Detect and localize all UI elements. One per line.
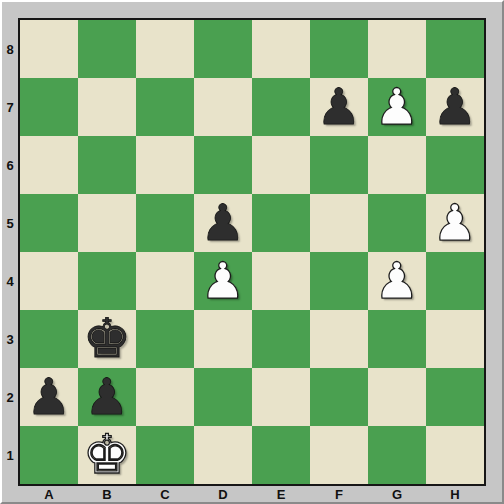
square-b2[interactable]: ♟: [78, 368, 136, 426]
square-e1[interactable]: [252, 426, 310, 484]
square-g2[interactable]: [368, 368, 426, 426]
square-a6[interactable]: [20, 136, 78, 194]
file-label-d: D: [194, 486, 252, 502]
white-pawn[interactable]: ♟: [375, 252, 420, 310]
square-h2[interactable]: [426, 368, 484, 426]
square-g3[interactable]: [368, 310, 426, 368]
black-pawn[interactable]: ♟: [85, 368, 130, 426]
square-d6[interactable]: [194, 136, 252, 194]
black-king[interactable]: ♚: [83, 310, 131, 368]
square-g1[interactable]: [368, 426, 426, 484]
square-f5[interactable]: [310, 194, 368, 252]
square-b7[interactable]: [78, 78, 136, 136]
file-label-a: A: [20, 486, 78, 502]
square-c7[interactable]: [136, 78, 194, 136]
square-b3[interactable]: ♚: [78, 310, 136, 368]
square-a1[interactable]: [20, 426, 78, 484]
black-pawn[interactable]: ♟: [317, 78, 362, 136]
square-a5[interactable]: [20, 194, 78, 252]
white-pawn[interactable]: ♟: [433, 194, 478, 252]
square-a8[interactable]: [20, 20, 78, 78]
black-pawn[interactable]: ♟: [27, 368, 72, 426]
square-f3[interactable]: [310, 310, 368, 368]
square-d5[interactable]: ♟: [194, 194, 252, 252]
square-a3[interactable]: [20, 310, 78, 368]
square-c1[interactable]: [136, 426, 194, 484]
square-c5[interactable]: [136, 194, 194, 252]
square-c2[interactable]: [136, 368, 194, 426]
rank-label-2: 2: [2, 368, 18, 426]
square-d4[interactable]: ♟: [194, 252, 252, 310]
board-grid: ♟♟♟♟♟♟♟♚♟♟♚: [20, 20, 484, 484]
rank-label-6: 6: [2, 136, 18, 194]
white-king[interactable]: ♚: [83, 426, 131, 484]
square-a2[interactable]: ♟: [20, 368, 78, 426]
file-label-b: B: [78, 486, 136, 502]
square-b5[interactable]: [78, 194, 136, 252]
square-f1[interactable]: [310, 426, 368, 484]
square-g6[interactable]: [368, 136, 426, 194]
square-c4[interactable]: [136, 252, 194, 310]
file-label-g: G: [368, 486, 426, 502]
rank-label-7: 7: [2, 78, 18, 136]
square-f8[interactable]: [310, 20, 368, 78]
square-h6[interactable]: [426, 136, 484, 194]
square-h1[interactable]: [426, 426, 484, 484]
square-d1[interactable]: [194, 426, 252, 484]
rank-label-4: 4: [2, 252, 18, 310]
square-b6[interactable]: [78, 136, 136, 194]
square-e8[interactable]: [252, 20, 310, 78]
rank-label-5: 5: [2, 194, 18, 252]
square-g5[interactable]: [368, 194, 426, 252]
square-e3[interactable]: [252, 310, 310, 368]
square-e5[interactable]: [252, 194, 310, 252]
square-d7[interactable]: [194, 78, 252, 136]
board-frame: 87654321 ABCDEFGH ♟♟♟♟♟♟♟♚♟♟♚: [0, 0, 504, 504]
square-b8[interactable]: [78, 20, 136, 78]
rank-label-1: 1: [2, 426, 18, 484]
rank-label-8: 8: [2, 20, 18, 78]
black-pawn[interactable]: ♟: [433, 78, 478, 136]
black-pawn[interactable]: ♟: [201, 194, 246, 252]
file-label-e: E: [252, 486, 310, 502]
square-g8[interactable]: [368, 20, 426, 78]
white-pawn[interactable]: ♟: [201, 252, 246, 310]
square-f6[interactable]: [310, 136, 368, 194]
square-h7[interactable]: ♟: [426, 78, 484, 136]
square-d8[interactable]: [194, 20, 252, 78]
square-h4[interactable]: [426, 252, 484, 310]
square-c3[interactable]: [136, 310, 194, 368]
square-a4[interactable]: [20, 252, 78, 310]
square-b4[interactable]: [78, 252, 136, 310]
square-b1[interactable]: ♚: [78, 426, 136, 484]
square-e7[interactable]: [252, 78, 310, 136]
file-label-h: H: [426, 486, 484, 502]
chess-board: ♟♟♟♟♟♟♟♚♟♟♚: [18, 18, 486, 486]
square-c6[interactable]: [136, 136, 194, 194]
square-g4[interactable]: ♟: [368, 252, 426, 310]
square-h3[interactable]: [426, 310, 484, 368]
square-h8[interactable]: [426, 20, 484, 78]
square-f4[interactable]: [310, 252, 368, 310]
square-f7[interactable]: ♟: [310, 78, 368, 136]
square-h5[interactable]: ♟: [426, 194, 484, 252]
square-d2[interactable]: [194, 368, 252, 426]
square-g7[interactable]: ♟: [368, 78, 426, 136]
file-label-c: C: [136, 486, 194, 502]
file-label-f: F: [310, 486, 368, 502]
square-d3[interactable]: [194, 310, 252, 368]
square-a7[interactable]: [20, 78, 78, 136]
square-e2[interactable]: [252, 368, 310, 426]
square-c8[interactable]: [136, 20, 194, 78]
rank-labels: 87654321: [2, 20, 18, 484]
white-pawn[interactable]: ♟: [375, 78, 420, 136]
rank-label-3: 3: [2, 310, 18, 368]
square-f2[interactable]: [310, 368, 368, 426]
square-e4[interactable]: [252, 252, 310, 310]
file-labels: ABCDEFGH: [20, 486, 484, 502]
square-e6[interactable]: [252, 136, 310, 194]
